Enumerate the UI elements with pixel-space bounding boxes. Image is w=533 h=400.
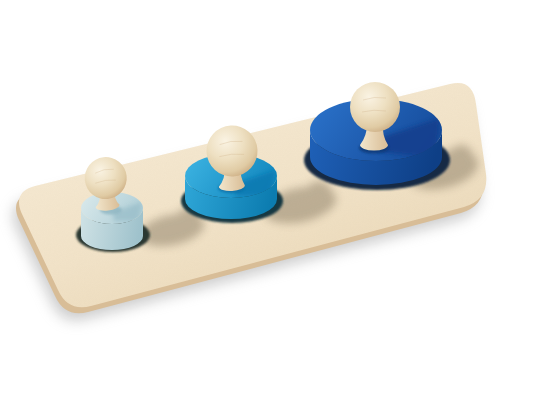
puzzle-scene (0, 0, 533, 400)
large-knob-ball (350, 82, 400, 132)
